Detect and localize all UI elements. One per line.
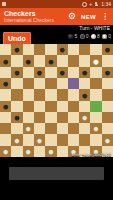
square-5-2[interactable]: [11, 89, 22, 100]
square-8-2[interactable]: [11, 123, 22, 134]
square-2-4[interactable]: [34, 55, 45, 66]
captured-white-men: 8: [91, 34, 100, 39]
square-3-3[interactable]: [23, 67, 34, 78]
square-9-9[interactable]: [90, 134, 101, 145]
square-7-9[interactable]: [90, 112, 101, 123]
square-4-5[interactable]: [45, 78, 56, 89]
last-move-caption: white move: 30x19x10: [71, 153, 111, 157]
square-8-1[interactable]: [0, 123, 11, 134]
square-1-6[interactable]: ●: [57, 44, 68, 55]
app-bar: Checkers International Checkers ⚙ NEW ⋮: [0, 8, 113, 25]
square-10-3[interactable]: ●: [23, 146, 34, 157]
black-man: ●: [2, 55, 8, 65]
checkers-board: ●●●●●●●●●●●●●●●●●●●●●●●●●●●white move: 3…: [0, 44, 113, 157]
square-1-1[interactable]: [0, 44, 11, 55]
white-man: ●: [48, 146, 54, 156]
settings-gear-icon[interactable]: ⚙: [68, 12, 76, 21]
black-man: ●: [104, 67, 110, 77]
ad-banner[interactable]: [9, 167, 104, 180]
square-4-7[interactable]: [68, 78, 79, 89]
square-6-3[interactable]: [23, 101, 34, 112]
white-man: ●: [2, 146, 8, 156]
square-6-10[interactable]: [102, 101, 113, 112]
square-3-7[interactable]: [68, 67, 79, 78]
square-1-8[interactable]: [79, 44, 90, 55]
white-man: ●: [82, 112, 88, 122]
clock: 1:34: [101, 2, 111, 7]
square-8-5[interactable]: [45, 123, 56, 134]
square-5-3[interactable]: [23, 89, 34, 100]
square-5-1[interactable]: [0, 89, 11, 100]
square-9-6[interactable]: [57, 134, 68, 145]
control-bar: Turn - WHITE Undo 5 0 8 0: [0, 25, 113, 44]
square-3-10[interactable]: ●: [102, 67, 113, 78]
turn-indicator: Turn - WHITE: [79, 26, 110, 31]
square-9-5[interactable]: [45, 134, 56, 145]
square-1-4[interactable]: [34, 44, 45, 55]
square-3-2[interactable]: ●: [11, 67, 22, 78]
white-man: ●: [25, 123, 31, 133]
square-9-10[interactable]: ●: [102, 134, 113, 145]
square-10-4[interactable]: [34, 146, 45, 157]
square-2-7[interactable]: [68, 55, 79, 66]
square-1-5[interactable]: [45, 44, 56, 55]
square-7-4[interactable]: [34, 112, 45, 123]
square-4-4[interactable]: [34, 78, 45, 89]
square-3-1[interactable]: [0, 67, 11, 78]
square-6-2[interactable]: [11, 101, 22, 112]
square-5-8[interactable]: ●: [79, 89, 90, 100]
square-2-9[interactable]: ●: [90, 55, 101, 66]
square-5-4[interactable]: [34, 89, 45, 100]
black-man: ●: [14, 112, 20, 122]
black-man-icon: [68, 34, 73, 39]
plus-icon: +: [89, 2, 92, 7]
white-man: ●: [14, 134, 20, 144]
data-sync-icon: [82, 2, 87, 7]
square-6-8[interactable]: [79, 101, 90, 112]
square-2-5[interactable]: ●: [45, 55, 56, 66]
profile-icon: [94, 2, 98, 6]
black-man: ●: [25, 55, 31, 65]
black-man: ●: [14, 44, 20, 54]
square-6-9[interactable]: [90, 101, 101, 112]
square-10-2[interactable]: [11, 146, 22, 157]
black-man: ●: [2, 78, 8, 88]
square-8-8[interactable]: [79, 123, 90, 134]
square-3-9[interactable]: [90, 67, 101, 78]
captured-black-men: 5: [68, 34, 77, 39]
square-1-2[interactable]: ●: [11, 44, 22, 55]
app-screen: + 1:34 Checkers International Checkers ⚙…: [0, 0, 113, 200]
square-7-3[interactable]: [23, 112, 34, 123]
square-8-6[interactable]: [57, 123, 68, 134]
white-man-icon: [91, 34, 96, 39]
square-4-1[interactable]: ●: [0, 78, 11, 89]
square-10-1[interactable]: ●: [0, 146, 11, 157]
square-7-7[interactable]: [68, 112, 79, 123]
notification-icon: [2, 2, 6, 6]
square-4-10[interactable]: [102, 78, 113, 89]
square-4-6[interactable]: [57, 78, 68, 89]
white-man: ●: [25, 146, 31, 156]
square-8-4[interactable]: [34, 123, 45, 134]
square-3-6[interactable]: ●: [57, 67, 68, 78]
overflow-menu-icon[interactable]: ⋮: [101, 13, 109, 21]
captured-black-kings: 0: [80, 34, 89, 39]
square-8-9[interactable]: ●: [90, 123, 101, 134]
square-5-6[interactable]: [57, 89, 68, 100]
square-4-2[interactable]: [11, 78, 22, 89]
captured-white-kings: 0: [102, 34, 111, 39]
black-man: ●: [82, 89, 88, 99]
square-4-3[interactable]: [23, 78, 34, 89]
square-9-7[interactable]: [68, 134, 79, 145]
square-10-5[interactable]: ●: [45, 146, 56, 157]
square-2-1[interactable]: ●: [0, 55, 11, 66]
white-man: ●: [104, 134, 110, 144]
square-8-10[interactable]: [102, 123, 113, 134]
captured-count: 0: [108, 34, 111, 39]
square-5-9[interactable]: [90, 89, 101, 100]
square-3-5[interactable]: [45, 67, 56, 78]
square-7-8[interactable]: ●: [79, 112, 90, 123]
black-man: ●: [82, 67, 88, 77]
square-2-3[interactable]: ●: [23, 55, 34, 66]
square-1-3[interactable]: [23, 44, 34, 55]
square-1-9[interactable]: [90, 44, 101, 55]
black-man: ●: [104, 44, 110, 54]
black-man: ●: [14, 67, 20, 77]
square-9-1[interactable]: [0, 134, 11, 145]
black-man: ●: [59, 67, 65, 77]
white-man: ●: [36, 134, 42, 144]
bottom-area: [0, 157, 113, 200]
black-king-icon: [80, 34, 85, 39]
square-7-2[interactable]: ●: [11, 112, 22, 123]
square-9-3[interactable]: [23, 134, 34, 145]
square-5-10[interactable]: [102, 89, 113, 100]
square-5-5[interactable]: [45, 89, 56, 100]
white-man: ●: [93, 55, 99, 65]
captured-counters: 5 0 8 0: [68, 34, 111, 39]
square-4-8[interactable]: [79, 78, 90, 89]
square-7-1[interactable]: [0, 112, 11, 123]
captured-count: 0: [86, 34, 89, 39]
square-9-4[interactable]: ●: [34, 134, 45, 145]
black-man: ●: [48, 55, 54, 65]
square-6-5[interactable]: [45, 101, 56, 112]
square-8-3[interactable]: ●: [23, 123, 34, 134]
square-7-6[interactable]: [57, 112, 68, 123]
black-man: ●: [36, 67, 42, 77]
square-6-1[interactable]: ●: [0, 101, 11, 112]
square-2-6[interactable]: [57, 55, 68, 66]
captured-count: 8: [97, 34, 100, 39]
square-7-5[interactable]: [45, 112, 56, 123]
square-3-8[interactable]: ●: [79, 67, 90, 78]
square-9-2[interactable]: ●: [11, 134, 22, 145]
square-2-2[interactable]: [11, 55, 22, 66]
square-8-7[interactable]: [68, 123, 79, 134]
square-6-4[interactable]: [34, 101, 45, 112]
white-king-icon: [102, 34, 107, 39]
square-1-10[interactable]: ●: [102, 44, 113, 55]
square-6-7[interactable]: [68, 101, 79, 112]
status-bar: + 1:34: [0, 0, 113, 8]
black-man: ●: [2, 101, 8, 111]
square-1-7[interactable]: [68, 44, 79, 55]
square-3-4[interactable]: ●: [34, 67, 45, 78]
square-10-6[interactable]: [57, 146, 68, 157]
square-9-8[interactable]: [79, 134, 90, 145]
square-7-10[interactable]: [102, 112, 113, 123]
square-2-10[interactable]: [102, 55, 113, 66]
square-2-8[interactable]: [79, 55, 90, 66]
captured-count: 5: [74, 34, 77, 39]
square-6-6[interactable]: [57, 101, 68, 112]
app-subtitle: International Checkers: [4, 18, 68, 23]
white-man: ●: [93, 123, 99, 133]
square-4-9[interactable]: [90, 78, 101, 89]
black-man: ●: [59, 44, 65, 54]
new-game-button[interactable]: NEW: [81, 14, 96, 20]
square-5-7[interactable]: [68, 89, 79, 100]
